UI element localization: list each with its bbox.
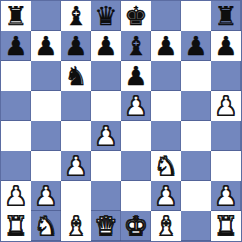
square-c5[interactable] [61, 91, 91, 121]
square-h1[interactable]: ♜ [211, 211, 241, 241]
square-e4[interactable] [121, 121, 151, 151]
square-d5[interactable] [91, 91, 121, 121]
square-b5[interactable] [31, 91, 61, 121]
square-h2[interactable]: ♟ [211, 181, 241, 211]
square-b1[interactable]: ♞ [31, 211, 61, 241]
white-knight-piece: ♞ [154, 151, 177, 181]
white-rook-piece: ♜ [4, 211, 27, 241]
chess-board: ♜♝♛♚♜♟♟♟♟♝♟♟♟♞♟♟♟♟♟♞♟♟♟♟♜♞♝♛♚♝♜ [1, 1, 241, 241]
square-f3[interactable]: ♞ [151, 151, 181, 181]
white-pawn-piece: ♟ [124, 91, 147, 121]
black-pawn-piece: ♟ [4, 31, 27, 61]
square-h4[interactable] [211, 121, 241, 151]
square-g2[interactable] [181, 181, 211, 211]
black-pawn-piece: ♟ [214, 31, 237, 61]
square-f2[interactable]: ♟ [151, 181, 181, 211]
square-g8[interactable] [181, 1, 211, 31]
square-a7[interactable]: ♟ [1, 31, 31, 61]
black-pawn-piece: ♟ [64, 31, 87, 61]
square-c1[interactable]: ♝ [61, 211, 91, 241]
square-c3[interactable]: ♟ [61, 151, 91, 181]
square-e3[interactable] [121, 151, 151, 181]
square-b6[interactable] [31, 61, 61, 91]
black-pawn-piece: ♟ [184, 31, 207, 61]
square-d8[interactable]: ♛ [91, 1, 121, 31]
black-bishop-piece: ♝ [124, 31, 147, 61]
white-rook-piece: ♜ [214, 211, 237, 241]
square-f5[interactable] [151, 91, 181, 121]
square-h6[interactable] [211, 61, 241, 91]
square-d6[interactable] [91, 61, 121, 91]
white-pawn-piece: ♟ [154, 181, 177, 211]
white-king-piece: ♚ [124, 211, 147, 241]
square-e5[interactable]: ♟ [121, 91, 151, 121]
square-e6[interactable]: ♟ [121, 61, 151, 91]
square-e8[interactable]: ♚ [121, 1, 151, 31]
chess-board-frame: ♜♝♛♚♜♟♟♟♟♝♟♟♟♞♟♟♟♟♟♞♟♟♟♟♜♞♝♛♚♝♜ [0, 0, 242, 242]
square-d4[interactable]: ♟ [91, 121, 121, 151]
white-queen-piece: ♛ [94, 211, 117, 241]
white-pawn-piece: ♟ [94, 121, 117, 151]
square-g7[interactable]: ♟ [181, 31, 211, 61]
square-f8[interactable] [151, 1, 181, 31]
square-a2[interactable]: ♟ [1, 181, 31, 211]
square-g4[interactable] [181, 121, 211, 151]
white-pawn-piece: ♟ [64, 151, 87, 181]
square-b3[interactable] [31, 151, 61, 181]
black-bishop-piece: ♝ [64, 1, 87, 31]
black-pawn-piece: ♟ [34, 31, 57, 61]
square-a3[interactable] [1, 151, 31, 181]
square-a1[interactable]: ♜ [1, 211, 31, 241]
square-d3[interactable] [91, 151, 121, 181]
white-pawn-piece: ♟ [34, 181, 57, 211]
white-pawn-piece: ♟ [4, 181, 27, 211]
white-bishop-piece: ♝ [154, 211, 177, 241]
square-e1[interactable]: ♚ [121, 211, 151, 241]
square-g1[interactable] [181, 211, 211, 241]
square-f7[interactable]: ♟ [151, 31, 181, 61]
white-pawn-piece: ♟ [214, 91, 237, 121]
square-g6[interactable] [181, 61, 211, 91]
square-h5[interactable]: ♟ [211, 91, 241, 121]
black-knight-piece: ♞ [64, 61, 87, 91]
square-b7[interactable]: ♟ [31, 31, 61, 61]
square-a4[interactable] [1, 121, 31, 151]
black-pawn-piece: ♟ [94, 31, 117, 61]
square-d1[interactable]: ♛ [91, 211, 121, 241]
square-c6[interactable]: ♞ [61, 61, 91, 91]
square-e2[interactable] [121, 181, 151, 211]
square-c2[interactable] [61, 181, 91, 211]
square-h7[interactable]: ♟ [211, 31, 241, 61]
square-h3[interactable] [211, 151, 241, 181]
square-a6[interactable] [1, 61, 31, 91]
square-f6[interactable] [151, 61, 181, 91]
square-c8[interactable]: ♝ [61, 1, 91, 31]
square-a5[interactable] [1, 91, 31, 121]
square-b8[interactable] [31, 1, 61, 31]
square-c4[interactable] [61, 121, 91, 151]
square-b4[interactable] [31, 121, 61, 151]
square-g5[interactable] [181, 91, 211, 121]
square-d2[interactable] [91, 181, 121, 211]
square-f1[interactable]: ♝ [151, 211, 181, 241]
white-knight-piece: ♞ [34, 211, 57, 241]
square-c7[interactable]: ♟ [61, 31, 91, 61]
square-b2[interactable]: ♟ [31, 181, 61, 211]
black-pawn-piece: ♟ [124, 61, 147, 91]
black-rook-piece: ♜ [214, 1, 237, 31]
square-a8[interactable]: ♜ [1, 1, 31, 31]
square-d7[interactable]: ♟ [91, 31, 121, 61]
square-h8[interactable]: ♜ [211, 1, 241, 31]
black-rook-piece: ♜ [4, 1, 27, 31]
square-e7[interactable]: ♝ [121, 31, 151, 61]
square-g3[interactable] [181, 151, 211, 181]
black-pawn-piece: ♟ [154, 31, 177, 61]
black-king-piece: ♚ [124, 1, 147, 31]
black-queen-piece: ♛ [94, 1, 117, 31]
white-bishop-piece: ♝ [64, 211, 87, 241]
white-pawn-piece: ♟ [214, 181, 237, 211]
square-f4[interactable] [151, 121, 181, 151]
